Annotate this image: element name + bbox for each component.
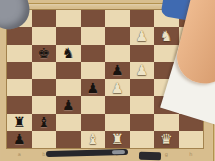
square-c2 — [56, 114, 81, 131]
square-f6 — [130, 45, 155, 62]
square-b2: ♝ — [32, 114, 57, 131]
square-e3 — [105, 96, 130, 113]
square-a5 — [7, 62, 32, 79]
square-e4: ♟ — [105, 79, 130, 96]
piece-black-rook: ♜ — [7, 114, 32, 131]
square-e6 — [105, 45, 130, 62]
file-label: a — [7, 150, 32, 159]
square-d1: ♝ — [81, 131, 106, 148]
square-d7 — [81, 27, 106, 44]
square-a6 — [7, 45, 32, 62]
photo-chess-scene: ♟♞♚♚♞♟♟♟♟♟♜♝♟♝♜♛ abcdefgh — [0, 0, 215, 161]
square-c7 — [56, 27, 81, 44]
square-e8 — [105, 10, 130, 27]
square-g2 — [154, 114, 179, 131]
piece-black-pawn: ♟ — [81, 79, 106, 96]
square-a4 — [7, 79, 32, 96]
square-d6 — [81, 45, 106, 62]
square-c5 — [56, 62, 81, 79]
square-a1: ♟ — [7, 131, 32, 148]
square-e1: ♜ — [105, 131, 130, 148]
square-b5 — [32, 62, 57, 79]
square-f8 — [130, 10, 155, 27]
file-label: h — [179, 150, 204, 159]
square-e2 — [105, 114, 130, 131]
piece-black-pawn: ♟ — [105, 62, 130, 79]
square-c3: ♟ — [56, 96, 81, 113]
square-f1 — [130, 131, 155, 148]
piece-white-bishop: ♝ — [81, 131, 106, 148]
square-b3 — [32, 96, 57, 113]
square-b1 — [32, 131, 57, 148]
square-f3 — [130, 96, 155, 113]
square-d5 — [81, 62, 106, 79]
square-f2 — [130, 114, 155, 131]
piece-black-pawn: ♟ — [7, 131, 32, 148]
piece-white-knight: ♞ — [154, 27, 179, 44]
square-b6: ♚ — [32, 45, 57, 62]
square-b4 — [32, 79, 57, 96]
square-a2: ♜ — [7, 114, 32, 131]
piece-white-pawn: ♟ — [130, 62, 155, 79]
square-d4: ♟ — [81, 79, 106, 96]
square-a3 — [7, 96, 32, 113]
piece-white-pawn: ♟ — [105, 79, 130, 96]
piece-black-pawn: ♟ — [56, 96, 81, 113]
square-b8 — [32, 10, 57, 27]
square-a7 — [7, 27, 32, 44]
square-f5: ♟ — [130, 62, 155, 79]
piece-black-knight: ♞ — [56, 45, 81, 62]
square-c8 — [56, 10, 81, 27]
square-e5: ♟ — [105, 62, 130, 79]
square-d3 — [81, 96, 106, 113]
square-g7: ♞ — [154, 27, 179, 44]
piece-white-rook: ♜ — [105, 131, 130, 148]
square-h1 — [179, 131, 204, 148]
square-d2 — [81, 114, 106, 131]
square-b7 — [32, 27, 57, 44]
square-e7 — [105, 27, 130, 44]
square-c4 — [56, 79, 81, 96]
bottom-dark-object — [139, 152, 161, 161]
piece-black-bishop: ♝ — [32, 114, 57, 131]
piece-white-queen: ♛ — [154, 131, 179, 148]
square-c1 — [56, 131, 81, 148]
square-f4 — [130, 79, 155, 96]
piece-black-king: ♚ — [32, 45, 57, 62]
pen-clip — [112, 150, 125, 154]
piece-white-pawn: ♟ — [130, 27, 155, 44]
square-c6: ♞ — [56, 45, 81, 62]
square-f7: ♟ — [130, 27, 155, 44]
square-d8 — [81, 10, 106, 27]
square-g1: ♛ — [154, 131, 179, 148]
